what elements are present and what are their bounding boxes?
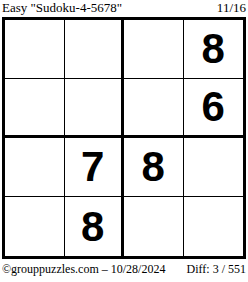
cell-r3c3-given: 8 [124,138,184,197]
cell-r4c4-empty[interactable] [184,197,244,256]
cell-r3c2-given: 7 [65,138,125,197]
cell-r2c2-empty[interactable] [65,79,125,138]
puzzle-title: Easy "Sudoku-4-5678" [2,0,122,16]
puzzle-page: Easy "Sudoku-4-5678" 11/16 86788 ©groupp… [0,0,248,282]
cell-counter: 11/16 [217,0,246,16]
cell-r4c1-empty[interactable] [5,197,65,256]
cell-r4c3-empty[interactable] [124,197,184,256]
cell-r1c1-empty[interactable] [5,20,65,79]
cell-r2c3-empty[interactable] [124,79,184,138]
cell-r1c2-empty[interactable] [65,20,125,79]
cell-r2c4-given: 6 [184,79,244,138]
cell-r4c2-given: 8 [65,197,125,256]
copyright-date: ©grouppuzzles.com – 10/28/2024 [2,262,165,277]
cell-r3c4-empty[interactable] [184,138,244,197]
cell-r1c4-given: 8 [184,20,244,79]
header: Easy "Sudoku-4-5678" 11/16 [2,0,246,16]
sudoku-board: 86788 [2,17,246,259]
cell-r1c3-empty[interactable] [124,20,184,79]
cell-r2c1-empty[interactable] [5,79,65,138]
footer: ©grouppuzzles.com – 10/28/2024 Diff: 3 /… [2,262,246,277]
difficulty: Diff: 3 / 551 [187,262,246,277]
cell-r3c1-empty[interactable] [5,138,65,197]
